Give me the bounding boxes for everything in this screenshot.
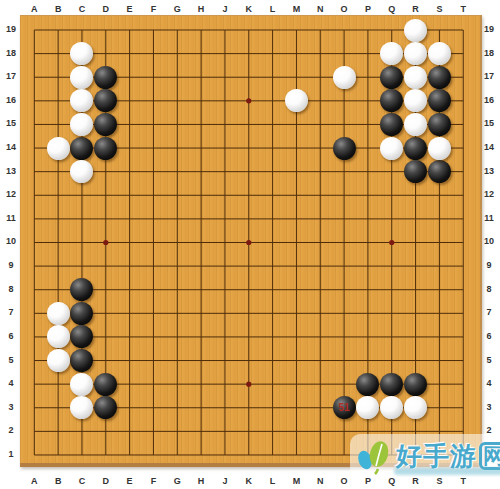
coord-left-15: 15	[6, 119, 16, 128]
coord-bottom-K: K	[246, 477, 253, 486]
coord-bottom-E: E	[127, 477, 133, 486]
coord-right-7: 7	[486, 308, 491, 317]
go-board[interactable]: 51	[20, 15, 482, 467]
coord-top-B: B	[55, 5, 62, 14]
stone-white-R15[interactable]	[404, 113, 427, 136]
stone-black-O3[interactable]: 51	[333, 396, 356, 419]
coord-right-3: 3	[486, 402, 491, 411]
coord-bottom-B: B	[55, 477, 62, 486]
coord-right-11: 11	[484, 213, 494, 222]
coord-left-14: 14	[6, 143, 16, 152]
stone-black-S17[interactable]	[428, 66, 451, 89]
coord-left-3: 3	[8, 402, 13, 411]
coord-top-E: E	[127, 5, 133, 14]
star-point-K10	[246, 240, 251, 245]
coord-right-19: 19	[484, 25, 494, 34]
coord-top-L: L	[270, 5, 276, 14]
coord-top-M: M	[293, 5, 301, 14]
coord-right-15: 15	[484, 119, 494, 128]
stone-black-S13[interactable]	[428, 160, 451, 183]
coord-bottom-J: J	[222, 477, 227, 486]
coord-right-8: 8	[486, 284, 491, 293]
stone-black-D14[interactable]	[94, 137, 117, 160]
coord-left-11: 11	[6, 213, 16, 222]
coord-top-D: D	[103, 5, 110, 14]
star-point-D10	[103, 240, 108, 245]
coord-bottom-F: F	[151, 477, 157, 486]
coord-right-12: 12	[484, 190, 494, 199]
coord-left-8: 8	[8, 284, 13, 293]
coord-right-10: 10	[484, 237, 494, 246]
stone-white-O17[interactable]	[333, 66, 356, 89]
coord-top-R: R	[412, 5, 419, 14]
coord-left-4: 4	[8, 379, 13, 388]
coord-left-18: 18	[6, 48, 16, 57]
coord-left-10: 10	[6, 237, 16, 246]
stone-black-R14[interactable]	[404, 137, 427, 160]
stone-black-R4[interactable]	[404, 373, 427, 396]
coord-top-G: G	[174, 5, 181, 14]
coord-left-1: 1	[8, 449, 13, 458]
coord-left-12: 12	[6, 190, 16, 199]
stone-white-B7[interactable]	[47, 302, 70, 325]
coord-bottom-C: C	[79, 477, 86, 486]
stone-white-R17[interactable]	[404, 66, 427, 89]
stone-black-Q4[interactable]	[380, 373, 403, 396]
stone-white-B14[interactable]	[47, 137, 70, 160]
coord-bottom-H: H	[198, 477, 205, 486]
watermark: 好手游 网	[350, 434, 500, 478]
stone-black-P4[interactable]	[356, 373, 379, 396]
coord-top-A: A	[31, 5, 38, 14]
move-number-label: 51	[339, 403, 350, 413]
coord-right-13: 13	[484, 166, 494, 175]
stone-white-S14[interactable]	[428, 137, 451, 160]
coord-top-H: H	[198, 5, 205, 14]
coord-top-T: T	[460, 5, 466, 14]
star-point-Q10	[389, 240, 394, 245]
coord-left-19: 19	[6, 25, 16, 34]
coord-left-5: 5	[8, 355, 13, 364]
coord-bottom-N: N	[317, 477, 324, 486]
coord-right-4: 4	[486, 379, 491, 388]
watermark-text-boxed: 网	[479, 442, 500, 470]
watermark-subtext-blur	[394, 468, 500, 475]
coord-right-9: 9	[486, 261, 491, 270]
coord-right-17: 17	[484, 72, 494, 81]
coord-top-C: C	[79, 5, 86, 14]
coord-top-K: K	[246, 5, 253, 14]
coord-top-Q: Q	[388, 5, 395, 14]
stone-white-B5[interactable]	[47, 349, 70, 372]
coord-left-6: 6	[8, 331, 13, 340]
star-point-K16	[246, 98, 251, 103]
coord-bottom-D: D	[103, 477, 110, 486]
watermark-text: 好手游	[396, 443, 477, 469]
star-point-K4	[246, 382, 251, 387]
coord-right-5: 5	[486, 355, 491, 364]
leaf-logo-icon	[354, 436, 394, 476]
stone-white-B6[interactable]	[47, 325, 70, 348]
coord-top-P: P	[365, 5, 371, 14]
coord-left-17: 17	[6, 72, 16, 81]
coord-left-16: 16	[6, 95, 16, 104]
stone-white-C4[interactable]	[70, 373, 93, 396]
stone-white-Q14[interactable]	[380, 137, 403, 160]
coord-bottom-L: L	[270, 477, 276, 486]
stone-white-R19[interactable]	[404, 19, 427, 42]
stone-black-D4[interactable]	[94, 373, 117, 396]
stone-black-S15[interactable]	[428, 113, 451, 136]
coord-top-J: J	[222, 5, 227, 14]
stone-black-O14[interactable]	[333, 137, 356, 160]
coord-top-S: S	[436, 5, 442, 14]
coord-top-N: N	[317, 5, 324, 14]
coord-bottom-M: M	[293, 477, 301, 486]
coord-bottom-O: O	[341, 477, 348, 486]
coord-right-18: 18	[484, 48, 494, 57]
coord-top-O: O	[341, 5, 348, 14]
stone-white-S18[interactable]	[428, 42, 451, 65]
coord-right-16: 16	[484, 95, 494, 104]
coord-bottom-A: A	[31, 477, 38, 486]
coord-left-13: 13	[6, 166, 16, 175]
stone-black-Q17[interactable]	[380, 66, 403, 89]
coord-top-F: F	[151, 5, 157, 14]
stone-black-C14[interactable]	[70, 137, 93, 160]
coord-left-2: 2	[8, 426, 13, 435]
coord-right-6: 6	[486, 331, 491, 340]
coord-left-7: 7	[8, 308, 13, 317]
stone-black-D17[interactable]	[94, 66, 117, 89]
coord-left-9: 9	[8, 261, 13, 270]
coord-bottom-G: G	[174, 477, 181, 486]
coord-right-14: 14	[484, 143, 494, 152]
